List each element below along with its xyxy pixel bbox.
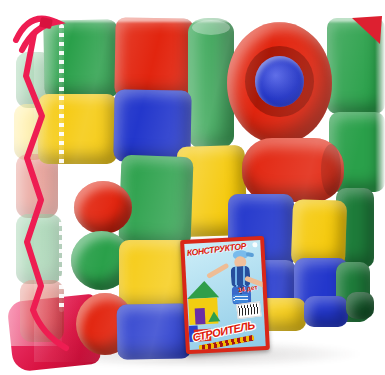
product-photo-canvas: КОНСТРУКТОР 14 дет [0,0,385,375]
label-background: КОНСТРУКТОР 14 дет [184,240,265,350]
product-label: КОНСТРУКТОР 14 дет [180,236,270,354]
ring-hole-blue-ball [255,56,303,107]
red-cylinder-sideways [242,138,344,202]
house-door-block [195,308,206,325]
barcode [236,301,262,319]
red-cylinder-front-r3c1 [74,181,132,234]
red-cube-r1c2 [114,17,193,98]
cylinder-end-highlight [192,20,231,35]
child-arm-left [206,263,229,279]
label-round-mark [252,242,257,247]
red-ring-with-blue-ball [227,22,332,144]
blue-cube-r5c2 [117,303,192,359]
house-roof-triangle [186,280,219,299]
bag-seam-stitching [59,24,64,312]
yellow-cube-r3c4b [291,199,347,267]
house-small-triangle [208,311,221,322]
bag-right-edge [375,14,385,344]
blue-cube-r5c4b [304,296,348,327]
bag-top-edge [40,11,380,22]
cylinder-end-highlight [321,144,341,195]
green-cube-r5c5 [346,292,374,319]
bag-film-left [0,16,62,346]
